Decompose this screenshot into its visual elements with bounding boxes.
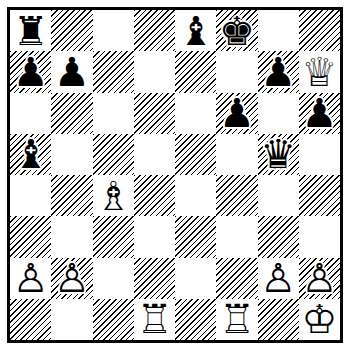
square-a8[interactable]: ♜♜: [10, 10, 51, 51]
square-e1[interactable]: [175, 299, 216, 340]
square-b8[interactable]: [51, 10, 92, 51]
piece-white-king[interactable]: ♚♔: [299, 299, 340, 340]
square-a6[interactable]: [10, 93, 51, 134]
square-g1[interactable]: [258, 299, 299, 340]
square-d3[interactable]: [134, 216, 175, 257]
square-e8[interactable]: ♝♝: [175, 10, 216, 51]
piece-black-pawn[interactable]: ♟♟: [216, 93, 257, 134]
square-d8[interactable]: [134, 10, 175, 51]
square-b2[interactable]: ♟♙: [51, 258, 92, 299]
square-e5[interactable]: [175, 134, 216, 175]
square-b6[interactable]: [51, 93, 92, 134]
square-e4[interactable]: [175, 175, 216, 216]
square-b7[interactable]: ♟♟: [51, 51, 92, 92]
square-h1[interactable]: ♚♔: [299, 299, 340, 340]
white-pawn-glyph: ♙: [299, 258, 340, 299]
square-d7[interactable]: [134, 51, 175, 92]
square-h7[interactable]: ♛♕: [299, 51, 340, 92]
white-king-glyph: ♔: [299, 299, 340, 340]
piece-black-pawn[interactable]: ♟♟: [258, 51, 299, 92]
square-a3[interactable]: [10, 216, 51, 257]
white-pawn-glyph: ♙: [10, 258, 51, 299]
black-bishop-glyph: ♝: [10, 134, 51, 175]
square-g6[interactable]: [258, 93, 299, 134]
square-c2[interactable]: [93, 258, 134, 299]
square-f1[interactable]: ♜♖: [216, 299, 257, 340]
square-c5[interactable]: [93, 134, 134, 175]
black-pawn-glyph: ♟: [10, 51, 51, 92]
white-pawn-glyph: ♙: [258, 258, 299, 299]
square-h3[interactable]: [299, 216, 340, 257]
square-c6[interactable]: [93, 93, 134, 134]
square-f7[interactable]: [216, 51, 257, 92]
black-king-glyph: ♚: [216, 10, 257, 51]
square-f6[interactable]: ♟♟: [216, 93, 257, 134]
square-g3[interactable]: [258, 216, 299, 257]
white-rook-glyph: ♖: [134, 299, 175, 340]
square-g7[interactable]: ♟♟: [258, 51, 299, 92]
piece-black-pawn[interactable]: ♟♟: [51, 51, 92, 92]
square-g5[interactable]: ♛♛: [258, 134, 299, 175]
square-d1[interactable]: ♜♖: [134, 299, 175, 340]
square-e7[interactable]: [175, 51, 216, 92]
square-b4[interactable]: [51, 175, 92, 216]
black-pawn-glyph: ♟: [216, 93, 257, 134]
square-f3[interactable]: [216, 216, 257, 257]
square-h2[interactable]: ♟♙: [299, 258, 340, 299]
square-a7[interactable]: ♟♟: [10, 51, 51, 92]
square-g8[interactable]: [258, 10, 299, 51]
piece-black-bishop[interactable]: ♝♝: [10, 134, 51, 175]
black-rook-glyph: ♜: [10, 10, 51, 51]
chess-diagram: ♜♜♝♝♚♚♟♟♟♟♟♟♛♕♟♟♟♟♝♝♛♛♝♗♟♙♟♙♟♙♟♙♜♖♜♖♚♔: [0, 0, 350, 350]
square-a4[interactable]: [10, 175, 51, 216]
piece-black-rook[interactable]: ♜♜: [10, 10, 51, 51]
square-b5[interactable]: [51, 134, 92, 175]
black-pawn-glyph: ♟: [299, 93, 340, 134]
square-c4[interactable]: ♝♗: [93, 175, 134, 216]
square-f2[interactable]: [216, 258, 257, 299]
black-pawn-glyph: ♟: [51, 51, 92, 92]
square-a5[interactable]: ♝♝: [10, 134, 51, 175]
square-e6[interactable]: [175, 93, 216, 134]
square-c1[interactable]: [93, 299, 134, 340]
square-d4[interactable]: [134, 175, 175, 216]
white-pawn-glyph: ♙: [51, 258, 92, 299]
square-a1[interactable]: [10, 299, 51, 340]
square-h8[interactable]: [299, 10, 340, 51]
chess-board: ♜♜♝♝♚♚♟♟♟♟♟♟♛♕♟♟♟♟♝♝♛♛♝♗♟♙♟♙♟♙♟♙♜♖♜♖♚♔: [7, 7, 343, 343]
square-b3[interactable]: [51, 216, 92, 257]
piece-white-pawn[interactable]: ♟♙: [51, 258, 92, 299]
piece-black-bishop[interactable]: ♝♝: [175, 10, 216, 51]
square-b1[interactable]: [51, 299, 92, 340]
square-g2[interactable]: ♟♙: [258, 258, 299, 299]
square-e2[interactable]: [175, 258, 216, 299]
piece-black-king[interactable]: ♚♚: [216, 10, 257, 51]
piece-white-pawn[interactable]: ♟♙: [258, 258, 299, 299]
square-c3[interactable]: [93, 216, 134, 257]
square-a2[interactable]: ♟♙: [10, 258, 51, 299]
square-d2[interactable]: [134, 258, 175, 299]
square-d5[interactable]: [134, 134, 175, 175]
piece-black-queen[interactable]: ♛♛: [258, 134, 299, 175]
square-f8[interactable]: ♚♚: [216, 10, 257, 51]
black-pawn-glyph: ♟: [258, 51, 299, 92]
square-h4[interactable]: [299, 175, 340, 216]
piece-white-queen[interactable]: ♛♕: [299, 51, 340, 92]
square-h6[interactable]: ♟♟: [299, 93, 340, 134]
white-queen-glyph: ♕: [299, 51, 340, 92]
black-bishop-glyph: ♝: [175, 10, 216, 51]
square-g4[interactable]: [258, 175, 299, 216]
black-queen-glyph: ♛: [258, 134, 299, 175]
square-f4[interactable]: [216, 175, 257, 216]
piece-white-pawn[interactable]: ♟♙: [10, 258, 51, 299]
piece-white-rook[interactable]: ♜♖: [216, 299, 257, 340]
square-f5[interactable]: [216, 134, 257, 175]
piece-black-pawn[interactable]: ♟♟: [299, 93, 340, 134]
square-c7[interactable]: [93, 51, 134, 92]
square-e3[interactable]: [175, 216, 216, 257]
square-c8[interactable]: [93, 10, 134, 51]
piece-black-pawn[interactable]: ♟♟: [10, 51, 51, 92]
square-d6[interactable]: [134, 93, 175, 134]
square-h5[interactable]: [299, 134, 340, 175]
piece-white-pawn[interactable]: ♟♙: [299, 258, 340, 299]
piece-white-rook[interactable]: ♜♖: [134, 299, 175, 340]
white-rook-glyph: ♖: [216, 299, 257, 340]
white-bishop-glyph: ♗: [93, 175, 134, 216]
piece-white-bishop[interactable]: ♝♗: [93, 175, 134, 216]
